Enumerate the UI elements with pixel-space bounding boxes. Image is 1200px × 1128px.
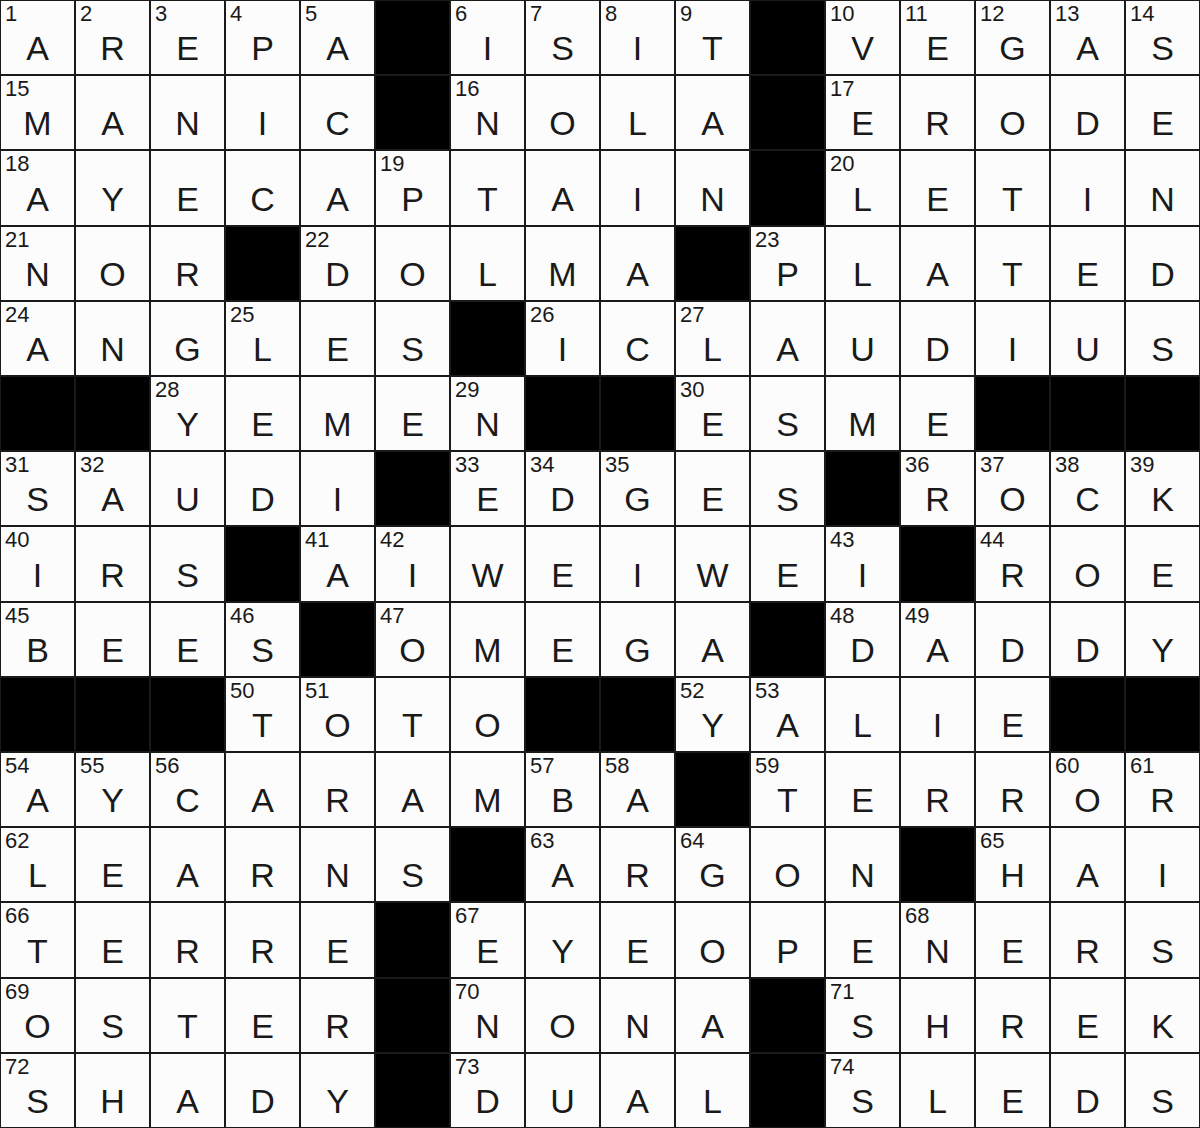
cell-letter: T: [777, 783, 798, 826]
letter-cell-r14c7[interactable]: 70N: [450, 978, 525, 1053]
cell-letter: T: [27, 934, 48, 977]
cell-letter: C: [1075, 482, 1100, 525]
letter-cell-r7c3[interactable]: U: [150, 451, 225, 526]
letter-cell-r8c8[interactable]: E: [525, 526, 600, 601]
cell-letter: A: [1076, 31, 1099, 74]
letter-cell-r12c3[interactable]: A: [150, 827, 225, 902]
letter-cell-r8c11[interactable]: E: [750, 526, 825, 601]
letter-cell-r14c3[interactable]: T: [150, 978, 225, 1053]
letter-cell-r7c2[interactable]: 32A: [75, 451, 150, 526]
letter-cell-r1c5[interactable]: 5A: [300, 0, 375, 75]
letter-cell-r12c15[interactable]: A: [1050, 827, 1125, 902]
cell-letter: D: [1075, 633, 1100, 676]
letter-cell-r9c12[interactable]: 48D: [825, 602, 900, 677]
letter-cell-r5c4[interactable]: 25L: [225, 301, 300, 376]
letter-cell-r8c3[interactable]: S: [150, 526, 225, 601]
cell-letter: I: [858, 558, 867, 601]
letter-cell-r4c15[interactable]: E: [1050, 226, 1125, 301]
cell-letter: L: [928, 1084, 947, 1127]
letter-cell-r12c4[interactable]: R: [225, 827, 300, 902]
letter-cell-r2c5[interactable]: C: [300, 75, 375, 150]
letter-cell-r5c5[interactable]: E: [300, 301, 375, 376]
letter-cell-r13c16[interactable]: S: [1125, 902, 1200, 977]
letter-cell-r4c14[interactable]: T: [975, 226, 1050, 301]
letter-cell-r10c7[interactable]: O: [450, 677, 525, 752]
letter-cell-r9c3[interactable]: E: [150, 602, 225, 677]
letter-cell-r8c1[interactable]: 40I: [0, 526, 75, 601]
letter-cell-r3c16[interactable]: N: [1125, 150, 1200, 225]
letter-cell-r13c14[interactable]: E: [975, 902, 1050, 977]
cell-letter: T: [1002, 257, 1023, 300]
letter-cell-r1c7[interactable]: 6I: [450, 0, 525, 75]
letter-cell-r7c5[interactable]: I: [300, 451, 375, 526]
cell-letter: C: [325, 106, 350, 149]
cell-letter: D: [475, 1084, 500, 1127]
letter-cell-r2c1[interactable]: 15M: [0, 75, 75, 150]
letter-cell-r7c15[interactable]: 38C: [1050, 451, 1125, 526]
letter-cell-r8c9[interactable]: I: [600, 526, 675, 601]
letter-cell-r6c10[interactable]: 30E: [675, 376, 750, 451]
letter-cell-r5c8[interactable]: 26I: [525, 301, 600, 376]
cell-letter: S: [26, 482, 49, 525]
letter-cell-r4c11[interactable]: 23P: [750, 226, 825, 301]
cell-letter: K: [1151, 1009, 1174, 1052]
cell-letter: N: [850, 858, 875, 901]
letter-cell-r3c5[interactable]: A: [300, 150, 375, 225]
letter-cell-r9c1[interactable]: 45B: [0, 602, 75, 677]
cell-letter: I: [558, 332, 567, 375]
letter-cell-r10c12[interactable]: L: [825, 677, 900, 752]
letter-cell-r3c9[interactable]: I: [600, 150, 675, 225]
letter-cell-r5c10[interactable]: 27L: [675, 301, 750, 376]
cell-letter: E: [251, 407, 274, 450]
cell-letter: N: [100, 332, 125, 375]
letter-cell-r11c11[interactable]: 59T: [750, 752, 825, 827]
letter-cell-r14c16[interactable]: K: [1125, 978, 1200, 1053]
letter-cell-r1c1[interactable]: 1A: [0, 0, 75, 75]
cell-letter: U: [175, 482, 200, 525]
letter-cell-r9c6[interactable]: 47O: [375, 602, 450, 677]
letter-cell-r9c14[interactable]: D: [975, 602, 1050, 677]
letter-cell-r11c3[interactable]: 56C: [150, 752, 225, 827]
letter-cell-r3c10[interactable]: N: [675, 150, 750, 225]
clue-number-32: 32: [80, 452, 104, 477]
letter-cell-r6c11[interactable]: S: [750, 376, 825, 451]
cell-letter: A: [176, 858, 199, 901]
cell-letter: S: [101, 1009, 124, 1052]
letter-cell-r8c7[interactable]: W: [450, 526, 525, 601]
letter-cell-r2c12[interactable]: 17E: [825, 75, 900, 150]
letter-cell-r13c13[interactable]: 68N: [900, 902, 975, 977]
block-cell-r10c2: [75, 677, 150, 752]
letter-cell-r8c14[interactable]: 44R: [975, 526, 1050, 601]
letter-cell-r1c2[interactable]: 2R: [75, 0, 150, 75]
letter-cell-r14c4[interactable]: E: [225, 978, 300, 1053]
cell-letter: S: [251, 633, 274, 676]
cell-letter: A: [326, 182, 349, 225]
clue-number-60: 60: [1055, 753, 1079, 778]
cell-letter: T: [477, 182, 498, 225]
letter-cell-r6c12[interactable]: M: [825, 376, 900, 451]
letter-cell-r3c15[interactable]: I: [1050, 150, 1125, 225]
clue-number-4: 4: [230, 1, 242, 26]
letter-cell-r11c14[interactable]: R: [975, 752, 1050, 827]
cell-letter: R: [100, 558, 125, 601]
letter-cell-r13c11[interactable]: P: [750, 902, 825, 977]
cell-letter: E: [101, 934, 124, 977]
letter-cell-r3c4[interactable]: C: [225, 150, 300, 225]
letter-cell-r6c5[interactable]: M: [300, 376, 375, 451]
letter-cell-r9c9[interactable]: G: [600, 602, 675, 677]
letter-cell-r12c14[interactable]: 65H: [975, 827, 1050, 902]
letter-cell-r7c13[interactable]: 36R: [900, 451, 975, 526]
letter-cell-r1c15[interactable]: 13A: [1050, 0, 1125, 75]
letter-cell-r14c1[interactable]: 69O: [0, 978, 75, 1053]
cell-letter: E: [776, 558, 799, 601]
clue-number-36: 36: [905, 452, 929, 477]
letter-cell-r2c10[interactable]: A: [675, 75, 750, 150]
letter-cell-r2c9[interactable]: L: [600, 75, 675, 150]
letter-cell-r14c8[interactable]: O: [525, 978, 600, 1053]
letter-cell-r2c3[interactable]: N: [150, 75, 225, 150]
letter-cell-r1c8[interactable]: 7S: [525, 0, 600, 75]
letter-cell-r7c16[interactable]: 39K: [1125, 451, 1200, 526]
letter-cell-r9c16[interactable]: Y: [1125, 602, 1200, 677]
cell-letter: S: [851, 1009, 874, 1052]
block-cell-r14c6: [375, 978, 450, 1053]
letter-cell-r2c2[interactable]: A: [75, 75, 150, 150]
letter-cell-r14c9[interactable]: N: [600, 978, 675, 1053]
cell-letter: R: [325, 1009, 350, 1052]
letter-cell-r13c12[interactable]: E: [825, 902, 900, 977]
letter-cell-r7c8[interactable]: 34D: [525, 451, 600, 526]
letter-cell-r11c13[interactable]: R: [900, 752, 975, 827]
cell-letter: Y: [101, 783, 124, 826]
cell-letter: R: [100, 31, 125, 74]
clue-number-44: 44: [980, 527, 1004, 552]
cell-letter: E: [1151, 558, 1174, 601]
letter-cell-r5c2[interactable]: N: [75, 301, 150, 376]
letter-cell-r3c12[interactable]: 20L: [825, 150, 900, 225]
clue-number-57: 57: [530, 753, 554, 778]
cell-letter: R: [925, 783, 950, 826]
letter-cell-r15c15[interactable]: D: [1050, 1053, 1125, 1128]
clue-number-23: 23: [755, 227, 779, 252]
letter-cell-r7c9[interactable]: 35G: [600, 451, 675, 526]
letter-cell-r5c11[interactable]: A: [750, 301, 825, 376]
letter-cell-r4c2[interactable]: O: [75, 226, 150, 301]
letter-cell-r12c16[interactable]: I: [1125, 827, 1200, 902]
cell-letter: L: [28, 858, 47, 901]
cell-letter: A: [26, 783, 49, 826]
letter-cell-r12c1[interactable]: 62L: [0, 827, 75, 902]
letter-cell-r12c11[interactable]: O: [750, 827, 825, 902]
clue-number-69: 69: [5, 979, 29, 1004]
cell-letter: O: [1074, 558, 1100, 601]
letter-cell-r12c2[interactable]: E: [75, 827, 150, 902]
cell-letter: N: [1150, 182, 1175, 225]
letter-cell-r14c2[interactable]: S: [75, 978, 150, 1053]
letter-cell-r2c13[interactable]: R: [900, 75, 975, 150]
letter-cell-r10c14[interactable]: E: [975, 677, 1050, 752]
cell-letter: A: [101, 106, 124, 149]
letter-cell-r11c7[interactable]: M: [450, 752, 525, 827]
cell-letter: R: [925, 482, 950, 525]
letter-cell-r8c10[interactable]: W: [675, 526, 750, 601]
letter-cell-r13c10[interactable]: O: [675, 902, 750, 977]
clue-number-26: 26: [530, 302, 554, 327]
letter-cell-r9c10[interactable]: A: [675, 602, 750, 677]
letter-cell-r15c4[interactable]: D: [225, 1053, 300, 1128]
letter-cell-r2c4[interactable]: I: [225, 75, 300, 150]
letter-cell-r11c12[interactable]: E: [825, 752, 900, 827]
letter-cell-r15c10[interactable]: L: [675, 1053, 750, 1128]
cell-letter: L: [703, 1084, 722, 1127]
cell-letter: L: [253, 332, 272, 375]
cell-letter: R: [175, 934, 200, 977]
letter-cell-r11c8[interactable]: 57B: [525, 752, 600, 827]
letter-cell-r5c3[interactable]: G: [150, 301, 225, 376]
cell-letter: P: [776, 257, 799, 300]
letter-cell-r12c10[interactable]: 64G: [675, 827, 750, 902]
block-cell-r6c9: [600, 376, 675, 451]
letter-cell-r13c7[interactable]: 67E: [450, 902, 525, 977]
cell-letter: L: [853, 182, 872, 225]
clue-number-72: 72: [5, 1054, 29, 1079]
letter-cell-r11c2[interactable]: 55Y: [75, 752, 150, 827]
letter-cell-r11c9[interactable]: 58A: [600, 752, 675, 827]
cell-letter: E: [101, 858, 124, 901]
letter-cell-r3c7[interactable]: T: [450, 150, 525, 225]
cell-letter: O: [549, 106, 575, 149]
letter-cell-r13c4[interactable]: R: [225, 902, 300, 977]
letter-cell-r14c13[interactable]: H: [900, 978, 975, 1053]
cell-letter: L: [853, 708, 872, 751]
letter-cell-r8c12[interactable]: 43I: [825, 526, 900, 601]
letter-cell-r15c2[interactable]: H: [75, 1053, 150, 1128]
letter-cell-r10c4[interactable]: 50T: [225, 677, 300, 752]
letter-cell-r13c5[interactable]: E: [300, 902, 375, 977]
letter-cell-r2c15[interactable]: D: [1050, 75, 1125, 150]
letter-cell-r15c14[interactable]: E: [975, 1053, 1050, 1128]
cell-letter: Y: [326, 1084, 349, 1127]
letter-cell-r11c6[interactable]: A: [375, 752, 450, 827]
cell-letter: R: [1000, 1009, 1025, 1052]
cell-letter: A: [1076, 858, 1099, 901]
letter-cell-r13c15[interactable]: R: [1050, 902, 1125, 977]
cell-letter: D: [250, 482, 275, 525]
cell-letter: E: [476, 482, 499, 525]
letter-cell-r4c6[interactable]: O: [375, 226, 450, 301]
letter-cell-r10c10[interactable]: 52Y: [675, 677, 750, 752]
letter-cell-r15c3[interactable]: A: [150, 1053, 225, 1128]
letter-cell-r7c14[interactable]: 37O: [975, 451, 1050, 526]
letter-cell-r13c3[interactable]: R: [150, 902, 225, 977]
block-cell-r1c11: [750, 0, 825, 75]
letter-cell-r13c1[interactable]: 66T: [0, 902, 75, 977]
letter-cell-r5c14[interactable]: I: [975, 301, 1050, 376]
clue-number-61: 61: [1130, 753, 1154, 778]
letter-cell-r9c4[interactable]: 46S: [225, 602, 300, 677]
letter-cell-r8c6[interactable]: 42I: [375, 526, 450, 601]
letter-cell-r1c16[interactable]: 14S: [1125, 0, 1200, 75]
letter-cell-r5c15[interactable]: U: [1050, 301, 1125, 376]
letter-cell-r15c9[interactable]: A: [600, 1053, 675, 1128]
letter-cell-r12c12[interactable]: N: [825, 827, 900, 902]
letter-cell-r14c14[interactable]: R: [975, 978, 1050, 1053]
letter-cell-r14c12[interactable]: 71S: [825, 978, 900, 1053]
letter-cell-r5c12[interactable]: U: [825, 301, 900, 376]
cell-letter: A: [26, 31, 49, 74]
letter-cell-r3c3[interactable]: E: [150, 150, 225, 225]
cell-letter: M: [473, 633, 501, 676]
letter-cell-r13c8[interactable]: Y: [525, 902, 600, 977]
letter-cell-r13c9[interactable]: E: [600, 902, 675, 977]
clue-number-33: 33: [455, 452, 479, 477]
letter-cell-r1c13[interactable]: 11E: [900, 0, 975, 75]
cell-letter: O: [99, 257, 125, 300]
letter-cell-r10c5[interactable]: 51O: [300, 677, 375, 752]
letter-cell-r6c7[interactable]: 29N: [450, 376, 525, 451]
letter-cell-r15c16[interactable]: S: [1125, 1053, 1200, 1128]
letter-cell-r4c9[interactable]: A: [600, 226, 675, 301]
letter-cell-r4c13[interactable]: A: [900, 226, 975, 301]
letter-cell-r14c10[interactable]: A: [675, 978, 750, 1053]
letter-cell-r4c7[interactable]: L: [450, 226, 525, 301]
letter-cell-r15c12[interactable]: 74S: [825, 1053, 900, 1128]
letter-cell-r12c6[interactable]: S: [375, 827, 450, 902]
letter-cell-r5c1[interactable]: 24A: [0, 301, 75, 376]
letter-cell-r6c4[interactable]: E: [225, 376, 300, 451]
letter-cell-r8c2[interactable]: R: [75, 526, 150, 601]
letter-cell-r7c11[interactable]: S: [750, 451, 825, 526]
letter-cell-r3c14[interactable]: T: [975, 150, 1050, 225]
letter-cell-r4c1[interactable]: 21N: [0, 226, 75, 301]
letter-cell-r8c16[interactable]: E: [1125, 526, 1200, 601]
letter-cell-r5c9[interactable]: C: [600, 301, 675, 376]
letter-cell-r1c12[interactable]: 10V: [825, 0, 900, 75]
block-cell-r2c6: [375, 75, 450, 150]
cell-letter: S: [1151, 1084, 1174, 1127]
cell-letter: U: [550, 1084, 575, 1127]
letter-cell-r11c1[interactable]: 54A: [0, 752, 75, 827]
letter-cell-r15c5[interactable]: Y: [300, 1053, 375, 1128]
letter-cell-r8c15[interactable]: O: [1050, 526, 1125, 601]
letter-cell-r14c15[interactable]: E: [1050, 978, 1125, 1053]
letter-cell-r5c6[interactable]: S: [375, 301, 450, 376]
letter-cell-r12c8[interactable]: 63A: [525, 827, 600, 902]
clue-number-41: 41: [305, 527, 329, 552]
letter-cell-r12c9[interactable]: R: [600, 827, 675, 902]
letter-cell-r15c8[interactable]: U: [525, 1053, 600, 1128]
letter-cell-r10c6[interactable]: T: [375, 677, 450, 752]
cell-letter: I: [408, 558, 417, 601]
block-cell-r6c1: [0, 376, 75, 451]
letter-cell-r2c8[interactable]: O: [525, 75, 600, 150]
letter-cell-r1c3[interactable]: 3E: [150, 0, 225, 75]
clue-number-2: 2: [80, 1, 92, 26]
letter-cell-r9c15[interactable]: D: [1050, 602, 1125, 677]
letter-cell-r4c5[interactable]: 22D: [300, 226, 375, 301]
letter-cell-r8c5[interactable]: 41A: [300, 526, 375, 601]
letter-cell-r9c2[interactable]: E: [75, 602, 150, 677]
block-cell-r4c10: [675, 226, 750, 301]
letter-cell-r4c3[interactable]: R: [150, 226, 225, 301]
letter-cell-r1c4[interactable]: 4P: [225, 0, 300, 75]
letter-cell-r6c3[interactable]: 28Y: [150, 376, 225, 451]
cell-letter: A: [26, 332, 49, 375]
letter-cell-r9c8[interactable]: E: [525, 602, 600, 677]
cell-letter: N: [700, 182, 725, 225]
letter-cell-r11c15[interactable]: 60O: [1050, 752, 1125, 827]
cell-letter: V: [851, 31, 874, 74]
cell-letter: W: [696, 558, 728, 601]
clue-number-9: 9: [680, 1, 692, 26]
letter-cell-r12c5[interactable]: N: [300, 827, 375, 902]
letter-cell-r6c6[interactable]: E: [375, 376, 450, 451]
clue-number-39: 39: [1130, 452, 1154, 477]
letter-cell-r3c1[interactable]: 18A: [0, 150, 75, 225]
letter-cell-r14c5[interactable]: R: [300, 978, 375, 1053]
letter-cell-r1c9[interactable]: 8I: [600, 0, 675, 75]
letter-cell-r13c2[interactable]: E: [75, 902, 150, 977]
letter-cell-r15c1[interactable]: 72S: [0, 1053, 75, 1128]
letter-cell-r7c7[interactable]: 33E: [450, 451, 525, 526]
cell-letter: I: [333, 482, 342, 525]
cell-letter: S: [401, 332, 424, 375]
letter-cell-r3c13[interactable]: E: [900, 150, 975, 225]
letter-cell-r11c4[interactable]: A: [225, 752, 300, 827]
letter-cell-r4c12[interactable]: L: [825, 226, 900, 301]
letter-cell-r11c5[interactable]: R: [300, 752, 375, 827]
cell-letter: E: [1001, 1084, 1024, 1127]
letter-cell-r2c7[interactable]: 16N: [450, 75, 525, 150]
clue-number-54: 54: [5, 753, 29, 778]
letter-cell-r9c13[interactable]: 49A: [900, 602, 975, 677]
letter-cell-r15c13[interactable]: L: [900, 1053, 975, 1128]
letter-cell-r7c4[interactable]: D: [225, 451, 300, 526]
cell-letter: M: [848, 407, 876, 450]
letter-cell-r7c10[interactable]: E: [675, 451, 750, 526]
letter-cell-r2c16[interactable]: E: [1125, 75, 1200, 150]
letter-cell-r4c16[interactable]: D: [1125, 226, 1200, 301]
letter-cell-r2c14[interactable]: O: [975, 75, 1050, 150]
cell-letter: N: [625, 1009, 650, 1052]
letter-cell-r15c7[interactable]: 73D: [450, 1053, 525, 1128]
letter-cell-r9c7[interactable]: M: [450, 602, 525, 677]
letter-cell-r1c14[interactable]: 12G: [975, 0, 1050, 75]
cell-letter: E: [1076, 257, 1099, 300]
letter-cell-r6c13[interactable]: E: [900, 376, 975, 451]
cell-letter: I: [33, 558, 42, 601]
letter-cell-r7c1[interactable]: 31S: [0, 451, 75, 526]
letter-cell-r11c16[interactable]: 61R: [1125, 752, 1200, 827]
letter-cell-r3c2[interactable]: Y: [75, 150, 150, 225]
letter-cell-r10c13[interactable]: I: [900, 677, 975, 752]
clue-number-14: 14: [1130, 1, 1154, 26]
cell-letter: E: [926, 407, 949, 450]
letter-cell-r3c6[interactable]: 19P: [375, 150, 450, 225]
letter-cell-r5c16[interactable]: S: [1125, 301, 1200, 376]
cell-letter: D: [550, 482, 575, 525]
letter-cell-r3c8[interactable]: A: [525, 150, 600, 225]
letter-cell-r10c11[interactable]: 53A: [750, 677, 825, 752]
letter-cell-r1c10[interactable]: 9T: [675, 0, 750, 75]
letter-cell-r4c8[interactable]: M: [525, 226, 600, 301]
letter-cell-r5c13[interactable]: D: [900, 301, 975, 376]
block-cell-r7c6: [375, 451, 450, 526]
cell-letter: E: [251, 1009, 274, 1052]
